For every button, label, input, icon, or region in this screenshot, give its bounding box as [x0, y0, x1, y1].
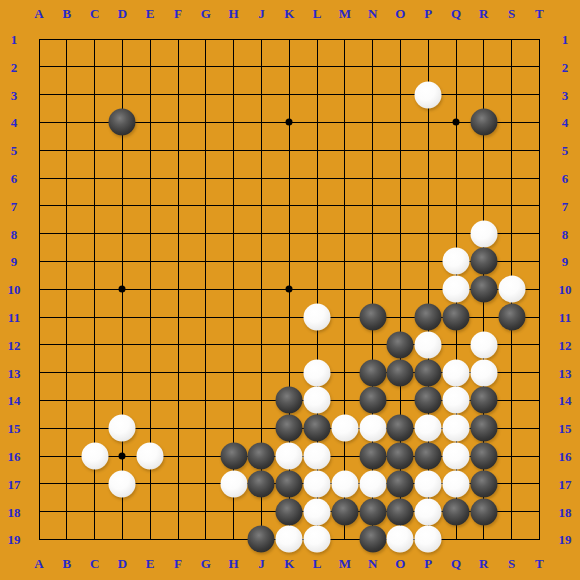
stone-black[interactable] — [359, 443, 386, 470]
stone-white[interactable] — [276, 443, 303, 470]
column-label-bottom: N — [368, 557, 377, 570]
column-label-top: A — [34, 7, 43, 20]
column-label-top: T — [535, 7, 544, 20]
row-label-left: 1 — [11, 33, 18, 46]
stone-white[interactable] — [109, 415, 136, 442]
stone-black[interactable] — [470, 415, 497, 442]
row-label-right: 5 — [562, 144, 569, 157]
column-label-bottom: R — [479, 557, 488, 570]
stone-white[interactable] — [304, 498, 331, 525]
stone-white[interactable] — [387, 526, 414, 553]
column-label-bottom: F — [174, 557, 182, 570]
row-label-left: 14 — [8, 394, 21, 407]
row-label-left: 11 — [8, 311, 20, 324]
stone-black[interactable] — [331, 498, 358, 525]
column-label-top: J — [258, 7, 265, 20]
stone-white[interactable] — [443, 359, 470, 386]
stone-white[interactable] — [304, 359, 331, 386]
column-label-top: C — [90, 7, 99, 20]
stone-black[interactable] — [248, 470, 275, 497]
stone-black[interactable] — [276, 387, 303, 414]
column-label-bottom: P — [424, 557, 432, 570]
column-label-top: Q — [451, 7, 461, 20]
row-label-left: 10 — [8, 283, 21, 296]
row-label-right: 17 — [559, 477, 572, 490]
row-label-left: 18 — [8, 505, 21, 518]
stone-white[interactable] — [470, 359, 497, 386]
row-label-right: 12 — [559, 338, 572, 351]
row-label-left: 8 — [11, 227, 18, 240]
stone-white[interactable] — [443, 415, 470, 442]
column-label-top: K — [284, 7, 294, 20]
stone-black[interactable] — [276, 498, 303, 525]
stone-white[interactable] — [276, 526, 303, 553]
stone-black[interactable] — [387, 415, 414, 442]
row-label-right: 19 — [559, 533, 572, 546]
column-label-bottom: M — [339, 557, 351, 570]
row-label-right: 8 — [562, 227, 569, 240]
stone-white[interactable] — [331, 415, 358, 442]
stone-black[interactable] — [359, 359, 386, 386]
stone-white[interactable] — [304, 304, 331, 331]
stone-white[interactable] — [415, 415, 442, 442]
star-point — [453, 119, 460, 126]
stone-black[interactable] — [415, 443, 442, 470]
row-label-right: 9 — [562, 255, 569, 268]
star-point — [286, 286, 293, 293]
stone-black[interactable] — [387, 470, 414, 497]
row-label-left: 15 — [8, 422, 21, 435]
stone-black[interactable] — [443, 304, 470, 331]
stone-white[interactable] — [359, 415, 386, 442]
stone-black[interactable] — [470, 387, 497, 414]
stone-black[interactable] — [387, 331, 414, 358]
column-label-top: L — [313, 7, 322, 20]
row-label-right: 15 — [559, 422, 572, 435]
stone-black[interactable] — [470, 248, 497, 275]
stone-black[interactable] — [415, 304, 442, 331]
stone-black[interactable] — [248, 443, 275, 470]
column-label-top: H — [229, 7, 239, 20]
column-label-top: E — [146, 7, 155, 20]
stone-black[interactable] — [220, 443, 247, 470]
stone-white[interactable] — [304, 470, 331, 497]
column-label-bottom: E — [146, 557, 155, 570]
row-label-left: 12 — [8, 338, 21, 351]
row-label-right: 7 — [562, 199, 569, 212]
column-label-bottom: B — [62, 557, 71, 570]
stone-white[interactable] — [443, 387, 470, 414]
column-label-top: G — [201, 7, 211, 20]
row-label-right: 1 — [562, 33, 569, 46]
row-label-left: 6 — [11, 172, 18, 185]
row-label-left: 2 — [11, 60, 18, 73]
stone-white[interactable] — [415, 526, 442, 553]
stone-black[interactable] — [415, 387, 442, 414]
stone-black[interactable] — [470, 443, 497, 470]
grid-line-horizontal — [39, 344, 540, 345]
stone-black[interactable] — [304, 415, 331, 442]
stone-black[interactable] — [387, 359, 414, 386]
star-point — [119, 286, 126, 293]
column-label-top: S — [508, 7, 515, 20]
stone-white[interactable] — [443, 276, 470, 303]
stone-black[interactable] — [248, 526, 275, 553]
stone-white[interactable] — [415, 498, 442, 525]
row-label-right: 3 — [562, 88, 569, 101]
row-label-right: 11 — [559, 311, 571, 324]
column-label-bottom: C — [90, 557, 99, 570]
grid-line-vertical — [344, 39, 345, 540]
stone-black[interactable] — [359, 526, 386, 553]
column-label-top: D — [118, 7, 127, 20]
stone-white[interactable] — [304, 526, 331, 553]
stone-white[interactable] — [443, 248, 470, 275]
star-point — [119, 453, 126, 460]
column-label-bottom: J — [258, 557, 265, 570]
stone-white[interactable] — [415, 81, 442, 108]
row-label-left: 16 — [8, 450, 21, 463]
stone-black[interactable] — [387, 443, 414, 470]
column-label-top: P — [424, 7, 432, 20]
column-label-bottom: H — [229, 557, 239, 570]
row-label-left: 19 — [8, 533, 21, 546]
column-label-top: N — [368, 7, 377, 20]
stone-white[interactable] — [415, 331, 442, 358]
column-label-top: B — [62, 7, 71, 20]
stone-black[interactable] — [276, 415, 303, 442]
column-label-bottom: Q — [451, 557, 461, 570]
stone-white[interactable] — [220, 470, 247, 497]
row-label-left: 5 — [11, 144, 18, 157]
stone-black[interactable] — [498, 304, 525, 331]
stone-black[interactable] — [470, 470, 497, 497]
row-label-left: 4 — [11, 116, 18, 129]
column-label-bottom: O — [395, 557, 405, 570]
stone-black[interactable] — [470, 498, 497, 525]
stone-white[interactable] — [470, 331, 497, 358]
stone-white[interactable] — [304, 387, 331, 414]
stone-black[interactable] — [359, 387, 386, 414]
stone-white[interactable] — [137, 443, 164, 470]
stone-white[interactable] — [470, 220, 497, 247]
row-label-right: 10 — [559, 283, 572, 296]
stone-white[interactable] — [498, 276, 525, 303]
stone-white[interactable] — [81, 443, 108, 470]
column-label-bottom: T — [535, 557, 544, 570]
row-label-right: 18 — [559, 505, 572, 518]
stone-black[interactable] — [470, 109, 497, 136]
column-label-top: M — [339, 7, 351, 20]
row-label-left: 17 — [8, 477, 21, 490]
stone-black[interactable] — [470, 276, 497, 303]
stone-black[interactable] — [359, 498, 386, 525]
column-label-top: F — [174, 7, 182, 20]
row-label-right: 6 — [562, 172, 569, 185]
stone-black[interactable] — [276, 470, 303, 497]
stone-black[interactable] — [109, 109, 136, 136]
row-label-left: 13 — [8, 366, 21, 379]
row-label-left: 9 — [11, 255, 18, 268]
stone-white[interactable] — [331, 470, 358, 497]
column-label-bottom: K — [284, 557, 294, 570]
column-label-bottom: A — [34, 557, 43, 570]
row-label-right: 16 — [559, 450, 572, 463]
column-label-top: O — [395, 7, 405, 20]
column-label-bottom: L — [313, 557, 322, 570]
star-point — [286, 119, 293, 126]
column-label-bottom: S — [508, 557, 515, 570]
stone-white[interactable] — [304, 443, 331, 470]
column-label-bottom: D — [118, 557, 127, 570]
row-label-left: 3 — [11, 88, 18, 101]
row-label-left: 7 — [11, 199, 18, 212]
row-label-right: 4 — [562, 116, 569, 129]
stone-black[interactable] — [359, 304, 386, 331]
stone-black[interactable] — [387, 498, 414, 525]
stone-white[interactable] — [443, 470, 470, 497]
column-label-bottom: G — [201, 557, 211, 570]
column-label-top: R — [479, 7, 488, 20]
row-label-right: 13 — [559, 366, 572, 379]
stone-black[interactable] — [443, 498, 470, 525]
row-label-right: 14 — [559, 394, 572, 407]
stone-black[interactable] — [415, 359, 442, 386]
go-board[interactable]: AA11BB22CC33DD44EE55FF66GG77HH88JJ99KK10… — [0, 0, 580, 580]
stone-white[interactable] — [109, 470, 136, 497]
stone-white[interactable] — [443, 443, 470, 470]
grid-line-vertical — [539, 39, 540, 540]
row-label-right: 2 — [562, 60, 569, 73]
stone-white[interactable] — [359, 470, 386, 497]
stone-white[interactable] — [415, 470, 442, 497]
